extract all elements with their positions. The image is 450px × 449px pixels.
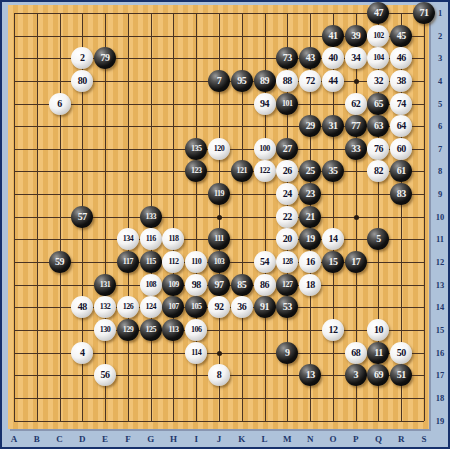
- row-label-12: 12: [432, 257, 448, 267]
- move-number: 26: [283, 166, 292, 176]
- column-label-O: O: [324, 434, 342, 444]
- move-number: 97: [215, 280, 224, 290]
- move-number: 73: [283, 53, 292, 63]
- move-number: 44: [328, 76, 337, 86]
- move-number: 91: [260, 302, 269, 312]
- move-number: 129: [123, 326, 134, 334]
- stone-black-115-G12: 115: [140, 251, 162, 273]
- stone-black-65-Q5: 65: [367, 93, 389, 115]
- row-label-5: 5: [432, 99, 448, 109]
- move-number: 76: [374, 144, 383, 154]
- move-number: 89: [260, 76, 269, 86]
- move-number: 12: [328, 325, 337, 335]
- move-number: 108: [145, 281, 156, 289]
- go-board-frame: 4771413910245279734340341044680795898872…: [0, 0, 450, 449]
- stone-white-36-K14: 36: [231, 296, 253, 318]
- move-number: 18: [306, 280, 315, 290]
- stone-black-89-L4: 89: [254, 70, 276, 92]
- column-label-H: H: [164, 434, 182, 444]
- move-number: 98: [192, 280, 201, 290]
- star-point-J10: [217, 215, 222, 220]
- move-number: 106: [191, 326, 202, 334]
- move-number: 121: [237, 167, 248, 175]
- move-number: 111: [214, 235, 224, 243]
- move-number: 117: [123, 258, 133, 266]
- stone-black-9-M16: 9: [276, 342, 298, 364]
- move-number: 116: [146, 235, 156, 243]
- move-number: 122: [259, 167, 270, 175]
- move-number: 126: [123, 303, 134, 311]
- move-number: 101: [282, 100, 293, 108]
- stone-white-102-Q2: 102: [367, 25, 389, 47]
- move-number: 104: [373, 54, 384, 62]
- row-label-17: 17: [432, 370, 448, 380]
- stone-black-11-Q16: 11: [367, 342, 389, 364]
- column-label-L: L: [256, 434, 274, 444]
- move-number: 27: [283, 144, 292, 154]
- move-number: 50: [397, 348, 406, 358]
- move-number: 105: [191, 303, 202, 311]
- move-number: 69: [374, 370, 383, 380]
- move-number: 94: [260, 99, 269, 109]
- column-label-K: K: [233, 434, 251, 444]
- grid-line-horizontal-15: [14, 330, 424, 331]
- stone-black-31-O6: 31: [322, 115, 344, 137]
- row-label-14: 14: [432, 302, 448, 312]
- stone-white-86-L13: 86: [254, 274, 276, 296]
- move-number: 20: [283, 234, 292, 244]
- stone-white-108-G13: 108: [140, 274, 162, 296]
- move-number: 8: [217, 370, 222, 380]
- stone-black-125-G15: 125: [140, 319, 162, 341]
- column-label-S: S: [415, 434, 433, 444]
- move-number: 123: [191, 167, 202, 175]
- move-number: 135: [191, 145, 202, 153]
- row-label-6: 6: [432, 121, 448, 131]
- column-label-E: E: [96, 434, 114, 444]
- stone-black-127-M13: 127: [276, 274, 298, 296]
- move-number: 2: [80, 53, 85, 63]
- row-label-18: 18: [432, 393, 448, 403]
- stone-white-34-P3: 34: [345, 47, 367, 69]
- stone-white-100-L7: 100: [254, 138, 276, 160]
- stone-white-124-G14: 124: [140, 296, 162, 318]
- stone-black-97-J13: 97: [208, 274, 230, 296]
- move-number: 7: [217, 76, 222, 86]
- move-number: 21: [306, 212, 315, 222]
- move-number: 4: [80, 348, 85, 358]
- move-number: 110: [191, 258, 201, 266]
- move-number: 120: [214, 145, 225, 153]
- stone-black-39-P2: 39: [345, 25, 367, 47]
- column-label-D: D: [73, 434, 91, 444]
- column-label-J: J: [210, 434, 228, 444]
- move-number: 61: [397, 166, 406, 176]
- move-number: 17: [351, 257, 360, 267]
- stone-white-98-I13: 98: [185, 274, 207, 296]
- star-point-P4: [354, 79, 359, 84]
- move-number: 9: [285, 348, 290, 358]
- stone-white-130-E15: 130: [94, 319, 116, 341]
- star-point-P10: [354, 215, 359, 220]
- move-number: 15: [328, 257, 337, 267]
- stone-black-59-C12: 59: [49, 251, 71, 273]
- stone-white-116-G11: 116: [140, 228, 162, 250]
- move-number: 39: [351, 31, 360, 41]
- grid-line-horizontal-19: [14, 421, 424, 422]
- stone-black-135-I7: 135: [185, 138, 207, 160]
- move-number: 83: [397, 189, 406, 199]
- stone-black-21-N10: 21: [299, 206, 321, 228]
- move-number: 14: [328, 234, 337, 244]
- move-number: 25: [306, 166, 315, 176]
- stone-black-95-K4: 95: [231, 70, 253, 92]
- stone-white-22-M10: 22: [276, 206, 298, 228]
- move-number: 68: [351, 348, 360, 358]
- move-number: 74: [397, 99, 406, 109]
- move-number: 48: [78, 302, 87, 312]
- stone-black-109-H13: 109: [162, 274, 184, 296]
- move-number: 22: [283, 212, 292, 222]
- column-label-A: A: [5, 434, 23, 444]
- stone-black-57-D10: 57: [71, 206, 93, 228]
- move-number: 63: [374, 121, 383, 131]
- move-number: 114: [191, 349, 201, 357]
- move-number: 113: [168, 326, 178, 334]
- move-number: 65: [374, 99, 383, 109]
- move-number: 57: [78, 212, 87, 222]
- move-number: 128: [282, 258, 293, 266]
- grid-line-horizontal-8: [14, 171, 424, 172]
- star-point-J16: [217, 351, 222, 356]
- stone-white-16-N12: 16: [299, 251, 321, 273]
- stone-black-33-P7: 33: [345, 138, 367, 160]
- move-number: 88: [283, 76, 292, 86]
- move-number: 41: [328, 31, 337, 41]
- move-number: 23: [306, 189, 315, 199]
- stone-white-72-N4: 72: [299, 70, 321, 92]
- move-number: 43: [306, 53, 315, 63]
- row-label-13: 13: [432, 280, 448, 290]
- stone-white-114-I16: 114: [185, 342, 207, 364]
- move-number: 72: [306, 76, 315, 86]
- move-number: 77: [351, 121, 360, 131]
- move-number: 80: [78, 76, 87, 86]
- move-number: 51: [397, 370, 406, 380]
- move-number: 54: [260, 257, 269, 267]
- row-label-19: 19: [432, 416, 448, 426]
- grid-line-horizontal-1: [14, 13, 424, 14]
- stone-white-50-R16: 50: [390, 342, 412, 364]
- stone-white-40-O3: 40: [322, 47, 344, 69]
- stone-white-62-P5: 62: [345, 93, 367, 115]
- stone-black-119-J9: 119: [208, 183, 230, 205]
- move-number: 100: [259, 145, 270, 153]
- column-label-C: C: [51, 434, 69, 444]
- move-number: 133: [145, 213, 156, 221]
- move-number: 5: [376, 234, 381, 244]
- stone-black-17-P12: 17: [345, 251, 367, 273]
- move-number: 107: [168, 303, 179, 311]
- column-label-I: I: [187, 434, 205, 444]
- row-label-8: 8: [432, 166, 448, 176]
- stone-black-45-R2: 45: [390, 25, 412, 47]
- move-number: 124: [145, 303, 156, 311]
- move-number: 86: [260, 280, 269, 290]
- stone-black-7-J4: 7: [208, 70, 230, 92]
- move-number: 34: [351, 53, 360, 63]
- stone-white-54-L12: 54: [254, 251, 276, 273]
- row-label-7: 7: [432, 144, 448, 154]
- move-number: 16: [306, 257, 315, 267]
- row-label-15: 15: [432, 325, 448, 335]
- move-number: 62: [351, 99, 360, 109]
- move-number: 45: [397, 31, 406, 41]
- move-number: 95: [237, 76, 246, 86]
- move-number: 36: [237, 302, 246, 312]
- move-number: 59: [55, 257, 64, 267]
- move-number: 60: [397, 144, 406, 154]
- move-number: 56: [101, 370, 110, 380]
- stone-white-120-J7: 120: [208, 138, 230, 160]
- grid-line-vertical-S: [424, 13, 425, 421]
- move-number: 19: [306, 234, 315, 244]
- move-number: 130: [100, 326, 111, 334]
- move-number: 47: [374, 8, 383, 18]
- move-number: 46: [397, 53, 406, 63]
- stone-black-85-K13: 85: [231, 274, 253, 296]
- move-number: 79: [101, 53, 110, 63]
- move-number: 24: [283, 189, 292, 199]
- grid-line-horizontal-18: [14, 398, 424, 399]
- move-number: 118: [168, 235, 178, 243]
- column-label-N: N: [301, 434, 319, 444]
- stone-black-133-G10: 133: [140, 206, 162, 228]
- move-number: 132: [100, 303, 111, 311]
- column-label-F: F: [119, 434, 137, 444]
- move-number: 125: [145, 326, 156, 334]
- move-number: 92: [215, 302, 224, 312]
- stone-white-44-O4: 44: [322, 70, 344, 92]
- stone-white-74-R5: 74: [390, 93, 412, 115]
- move-number: 40: [328, 53, 337, 63]
- move-number: 134: [123, 235, 134, 243]
- move-number: 82: [374, 166, 383, 176]
- move-number: 6: [57, 99, 62, 109]
- move-number: 35: [328, 166, 337, 176]
- column-label-B: B: [28, 434, 46, 444]
- move-number: 32: [374, 76, 383, 86]
- stone-black-131-E13: 131: [94, 274, 116, 296]
- move-number: 64: [397, 121, 406, 131]
- column-label-P: P: [347, 434, 365, 444]
- stone-white-68-P16: 68: [345, 342, 367, 364]
- move-number: 11: [374, 348, 382, 358]
- row-label-16: 16: [432, 348, 448, 358]
- row-label-10: 10: [432, 212, 448, 222]
- row-label-11: 11: [432, 234, 448, 244]
- column-label-M: M: [278, 434, 296, 444]
- move-number: 29: [306, 121, 315, 131]
- move-number: 131: [100, 281, 111, 289]
- move-number: 109: [168, 281, 179, 289]
- column-label-G: G: [142, 434, 160, 444]
- row-label-1: 1: [432, 8, 448, 18]
- row-label-9: 9: [432, 189, 448, 199]
- move-number: 33: [351, 144, 360, 154]
- stone-white-4-D16: 4: [71, 342, 93, 364]
- stone-black-91-L14: 91: [254, 296, 276, 318]
- stone-white-122-L8: 122: [254, 160, 276, 182]
- stone-white-38-R4: 38: [390, 70, 412, 92]
- move-number: 127: [282, 281, 293, 289]
- stone-black-77-P6: 77: [345, 115, 367, 137]
- move-number: 10: [374, 325, 383, 335]
- stone-white-6-C5: 6: [49, 93, 71, 115]
- move-number: 85: [237, 280, 246, 290]
- stone-black-103-J12: 103: [208, 251, 230, 273]
- column-label-R: R: [392, 434, 410, 444]
- stone-white-12-O15: 12: [322, 319, 344, 341]
- stone-black-41-O2: 41: [322, 25, 344, 47]
- move-number: 119: [214, 190, 224, 198]
- row-label-4: 4: [432, 76, 448, 86]
- move-number: 53: [283, 302, 292, 312]
- stone-black-3-P17: 3: [345, 364, 367, 386]
- stone-white-18-N13: 18: [299, 274, 321, 296]
- row-label-2: 2: [432, 31, 448, 41]
- move-number: 71: [420, 8, 429, 18]
- move-number: 112: [168, 258, 178, 266]
- move-number: 115: [146, 258, 156, 266]
- move-number: 38: [397, 76, 406, 86]
- move-number: 3: [353, 370, 358, 380]
- stone-white-60-R7: 60: [390, 138, 412, 160]
- stone-black-15-O12: 15: [322, 251, 344, 273]
- row-label-3: 3: [432, 53, 448, 63]
- stone-black-117-F12: 117: [117, 251, 139, 273]
- move-number: 103: [214, 258, 225, 266]
- stone-white-94-L5: 94: [254, 93, 276, 115]
- column-label-Q: Q: [369, 434, 387, 444]
- move-number: 13: [306, 370, 315, 380]
- stone-black-129-F15: 129: [117, 319, 139, 341]
- stone-black-101-M5: 101: [276, 93, 298, 115]
- move-number: 102: [373, 32, 384, 40]
- move-number: 31: [328, 121, 337, 131]
